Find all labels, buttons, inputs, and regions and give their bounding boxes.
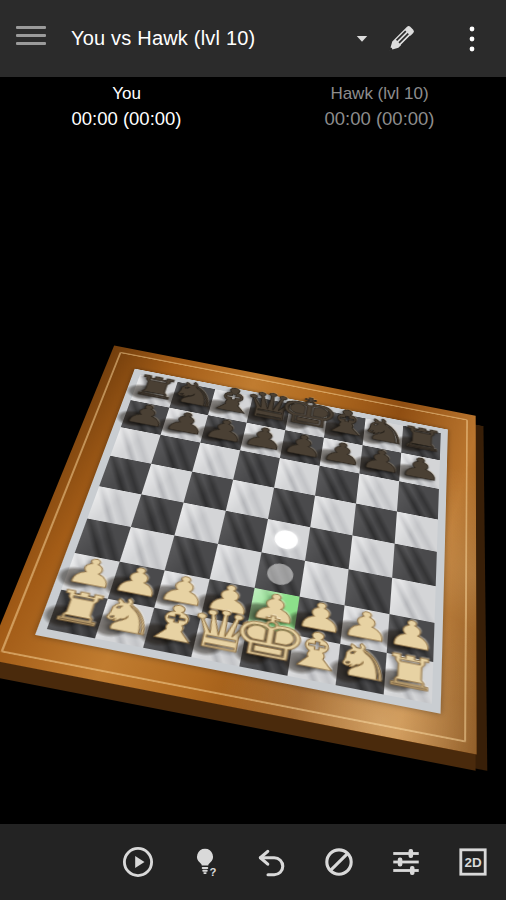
white-knight-g1[interactable]: ♞ bbox=[329, 633, 395, 691]
white-pawn-g2[interactable]: ♟ bbox=[338, 603, 392, 649]
white-pawn-e2[interactable]: ♟ bbox=[246, 585, 303, 631]
piece-shadow bbox=[92, 567, 151, 606]
white-pawn-d2[interactable]: ♟ bbox=[199, 577, 257, 622]
move-dot-e4[interactable] bbox=[273, 528, 299, 551]
white-rook-h1[interactable]: ♜ bbox=[379, 645, 439, 700]
square-g4[interactable] bbox=[349, 535, 395, 577]
square-c1[interactable] bbox=[143, 608, 201, 657]
square-e5[interactable] bbox=[268, 488, 315, 528]
hint-bulb-button[interactable]: ? bbox=[171, 824, 238, 900]
piece-shadow bbox=[371, 620, 423, 660]
piece-shadow bbox=[30, 596, 92, 637]
square-f4[interactable] bbox=[305, 527, 352, 569]
square-d2[interactable] bbox=[201, 579, 255, 626]
piece-shadow bbox=[367, 660, 420, 703]
square-e3[interactable] bbox=[255, 552, 305, 596]
square-f3[interactable] bbox=[300, 561, 349, 606]
white-pawn-a2[interactable]: ♟ bbox=[60, 550, 122, 594]
square-c5[interactable] bbox=[184, 472, 234, 511]
piece-shadow bbox=[138, 576, 196, 615]
square-h2[interactable] bbox=[387, 614, 435, 662]
piece-shadow bbox=[45, 559, 105, 598]
piece-shadow bbox=[231, 594, 286, 634]
square-b1[interactable] bbox=[95, 599, 154, 648]
square-b2[interactable] bbox=[108, 562, 165, 608]
pencil-edit-icon[interactable] bbox=[383, 20, 420, 57]
square-e4[interactable] bbox=[262, 519, 311, 561]
square-e1[interactable] bbox=[239, 626, 293, 676]
hint-question-mark: ? bbox=[209, 866, 216, 878]
square-c2[interactable] bbox=[154, 570, 209, 616]
2d-toggle-button[interactable]: 2D bbox=[439, 824, 506, 900]
app-bar: You vs Hawk (lvl 10) bbox=[0, 0, 506, 77]
square-h3[interactable] bbox=[390, 578, 436, 623]
white-bishop-f1[interactable]: ♝ bbox=[279, 621, 351, 682]
white-player-name: You bbox=[0, 82, 253, 106]
square-h5[interactable] bbox=[395, 512, 438, 552]
move-dot-e3[interactable] bbox=[265, 561, 294, 587]
white-knight-b1[interactable]: ♞ bbox=[89, 588, 164, 644]
square-g3[interactable] bbox=[345, 569, 393, 614]
white-rook-a1[interactable]: ♜ bbox=[43, 582, 115, 634]
white-player-clock: 00:00 (00:00) bbox=[0, 106, 253, 132]
black-player-panel: Hawk (lvl 10) 00:00 (00:00) bbox=[253, 77, 506, 147]
square-g5[interactable] bbox=[352, 504, 397, 544]
black-player-name: Hawk (lvl 10) bbox=[253, 82, 506, 106]
white-player-panel: You 00:00 (00:00) bbox=[0, 77, 253, 147]
piece-shadow bbox=[175, 623, 234, 665]
bottom-toolbar: ? bbox=[0, 824, 506, 900]
marble-slab: ♜♞♝♛♚♝♞♜♟♟♟♟♟♟♟♟♟♟♟♟♟♟♟♟♜♞♝♛♚♝♞♜ bbox=[35, 369, 448, 714]
square-h4[interactable] bbox=[392, 544, 437, 587]
square-b4[interactable] bbox=[131, 494, 184, 535]
caret-down-icon[interactable] bbox=[351, 30, 373, 48]
white-pawn-h2[interactable]: ♟ bbox=[385, 611, 437, 657]
hamburger-menu-icon[interactable] bbox=[16, 26, 46, 50]
piece-shadow bbox=[278, 603, 332, 643]
square-f5[interactable] bbox=[310, 496, 356, 536]
piece-shadow bbox=[78, 605, 139, 646]
piece-shadow bbox=[271, 641, 327, 683]
tune-settings-button[interactable] bbox=[372, 824, 439, 900]
square-e2[interactable] bbox=[247, 588, 299, 635]
piece-shadow bbox=[185, 585, 241, 624]
game-title[interactable]: You vs Hawk (lvl 10) bbox=[71, 0, 255, 77]
square-c3[interactable] bbox=[165, 535, 218, 579]
piece-shadow bbox=[319, 650, 374, 692]
square-a4[interactable] bbox=[87, 486, 141, 527]
square-b3[interactable] bbox=[120, 527, 175, 570]
white-pawn-b2[interactable]: ♟ bbox=[107, 559, 168, 604]
square-g2[interactable] bbox=[340, 605, 389, 653]
white-bishop-c1[interactable]: ♝ bbox=[135, 594, 213, 654]
square-d3[interactable] bbox=[210, 544, 262, 588]
overflow-menu-icon[interactable] bbox=[461, 17, 483, 61]
white-queen-d1[interactable]: ♛ bbox=[179, 598, 263, 664]
square-f2[interactable] bbox=[294, 597, 345, 644]
square-g1[interactable] bbox=[336, 644, 387, 695]
player-panel: You 00:00 (00:00) Hawk (lvl 10) 00:00 (0… bbox=[0, 77, 506, 147]
undo-button[interactable] bbox=[238, 824, 305, 900]
square-a2[interactable] bbox=[61, 553, 119, 599]
square-a3[interactable] bbox=[75, 519, 131, 562]
black-player-clock: 00:00 (00:00) bbox=[253, 106, 506, 132]
square-d1[interactable] bbox=[191, 617, 247, 667]
2d-label: 2D bbox=[464, 855, 481, 870]
white-pawn-c2[interactable]: ♟ bbox=[153, 568, 212, 613]
chess-board[interactable]: ♜♞♝♛♚♝♞♜♟♟♟♟♟♟♟♟♟♟♟♟♟♟♟♟♜♞♝♛♚♝♞♜ bbox=[0, 345, 477, 754]
board-scene: ♜♞♝♛♚♝♞♜♟♟♟♟♟♟♟♟♟♟♟♟♟♟♟♟♜♞♝♛♚♝♞♜ bbox=[0, 147, 506, 817]
piece-shadow bbox=[324, 611, 377, 651]
white-pawn-f2[interactable]: ♟ bbox=[292, 594, 347, 640]
square-d5[interactable] bbox=[226, 480, 274, 519]
app-screen: You vs Hawk (lvl 10) You 00:00 (00:00) H… bbox=[0, 0, 506, 900]
square-d4[interactable] bbox=[218, 511, 268, 553]
square-f1[interactable] bbox=[287, 635, 340, 685]
piece-shadow bbox=[127, 614, 187, 655]
piece-shadow bbox=[223, 632, 280, 674]
block-button[interactable] bbox=[305, 824, 372, 900]
square-h1[interactable] bbox=[384, 653, 434, 704]
white-king-e1[interactable]: ♚ bbox=[225, 603, 312, 674]
play-button[interactable] bbox=[104, 824, 171, 900]
square-a1[interactable] bbox=[47, 590, 108, 639]
square-c4[interactable] bbox=[174, 503, 225, 544]
